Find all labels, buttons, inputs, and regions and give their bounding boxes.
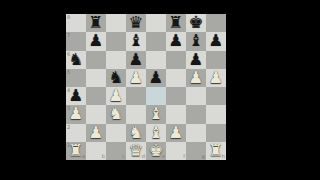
screenshot-root: { "game": "chess", "position": { "fen": …: [0, 0, 320, 180]
black-rook-b8[interactable]: ♜: [86, 14, 106, 32]
white-pawn-h5[interactable]: ♟: [206, 69, 226, 87]
white-knight-c3[interactable]: ♞: [106, 105, 126, 123]
white-king-e1[interactable]: ♚: [146, 142, 166, 160]
white-pawn-b2[interactable]: ♟: [86, 124, 106, 142]
black-king-g8[interactable]: ♚: [186, 14, 206, 32]
square-f5[interactable]: [166, 69, 186, 87]
square-f2[interactable]: ♟: [166, 124, 186, 142]
square-d5[interactable]: ♟: [126, 69, 146, 87]
square-h1[interactable]: h♜: [206, 142, 226, 160]
square-d8[interactable]: ♛: [126, 14, 146, 32]
square-e2[interactable]: ♝: [146, 124, 166, 142]
square-a6[interactable]: 6♞: [66, 51, 86, 69]
white-pawn-d5[interactable]: ♟: [126, 69, 146, 87]
file-label-f: f: [183, 154, 185, 159]
white-pawn-c4[interactable]: ♟: [106, 87, 126, 105]
square-c5[interactable]: ♞: [106, 69, 126, 87]
file-label-g: g: [202, 154, 205, 159]
square-f3[interactable]: [166, 105, 186, 123]
square-g1[interactable]: g: [186, 142, 206, 160]
white-rook-h1[interactable]: ♜: [206, 142, 226, 160]
black-knight-c5[interactable]: ♞: [106, 69, 126, 87]
square-e6[interactable]: [146, 51, 166, 69]
square-f4[interactable]: [166, 87, 186, 105]
white-queen-d1[interactable]: ♛: [126, 142, 146, 160]
square-a4[interactable]: 4♟: [66, 87, 86, 105]
rank-label-8: 8: [67, 15, 70, 20]
black-pawn-e5[interactable]: ♟: [146, 69, 166, 87]
square-e1[interactable]: e♚: [146, 142, 166, 160]
square-a8[interactable]: 8: [66, 14, 86, 32]
square-f6[interactable]: [166, 51, 186, 69]
chess-board: 8♜♛♜♚7♟♝♟♝♟6♞♟♟5♞♟♟♟♟4♟♟3♟♞♝2♟♞♝♟1a♜bcd♛…: [66, 14, 226, 160]
square-c1[interactable]: c: [106, 142, 126, 160]
square-g2[interactable]: [186, 124, 206, 142]
square-c2[interactable]: [106, 124, 126, 142]
square-c6[interactable]: [106, 51, 126, 69]
square-g5[interactable]: ♟: [186, 69, 206, 87]
white-bishop-e3[interactable]: ♝: [146, 105, 166, 123]
square-h6[interactable]: [206, 51, 226, 69]
black-rook-f8[interactable]: ♜: [166, 14, 186, 32]
black-bishop-d7[interactable]: ♝: [126, 32, 146, 50]
square-c3[interactable]: ♞: [106, 105, 126, 123]
file-label-c: c: [122, 154, 125, 159]
black-knight-a6[interactable]: ♞: [66, 51, 86, 69]
square-h5[interactable]: ♟: [206, 69, 226, 87]
square-b4[interactable]: [86, 87, 106, 105]
square-g7[interactable]: ♝: [186, 32, 206, 50]
square-a7[interactable]: 7: [66, 32, 86, 50]
white-rook-a1[interactable]: ♜: [66, 142, 86, 160]
white-pawn-a3[interactable]: ♟: [66, 105, 86, 123]
black-pawn-h7[interactable]: ♟: [206, 32, 226, 50]
black-queen-d8[interactable]: ♛: [126, 14, 146, 32]
square-b3[interactable]: [86, 105, 106, 123]
file-label-b: b: [102, 154, 105, 159]
square-b7[interactable]: ♟: [86, 32, 106, 50]
square-f1[interactable]: f: [166, 142, 186, 160]
white-bishop-e2[interactable]: ♝: [146, 124, 166, 142]
square-g6[interactable]: ♟: [186, 51, 206, 69]
rank-label-5: 5: [67, 70, 70, 75]
black-pawn-g6[interactable]: ♟: [186, 51, 206, 69]
square-b1[interactable]: b: [86, 142, 106, 160]
square-b5[interactable]: [86, 69, 106, 87]
square-a1[interactable]: 1a♜: [66, 142, 86, 160]
square-g3[interactable]: [186, 105, 206, 123]
square-a5[interactable]: 5: [66, 69, 86, 87]
white-pawn-g5[interactable]: ♟: [186, 69, 206, 87]
square-h2[interactable]: [206, 124, 226, 142]
white-knight-d2[interactable]: ♞: [126, 124, 146, 142]
square-h4[interactable]: [206, 87, 226, 105]
square-g4[interactable]: [186, 87, 206, 105]
black-pawn-f7[interactable]: ♟: [166, 32, 186, 50]
square-d7[interactable]: ♝: [126, 32, 146, 50]
square-b8[interactable]: ♜: [86, 14, 106, 32]
rank-label-2: 2: [67, 125, 70, 130]
square-h8[interactable]: [206, 14, 226, 32]
square-d2[interactable]: ♞: [126, 124, 146, 142]
square-f8[interactable]: ♜: [166, 14, 186, 32]
black-pawn-a4[interactable]: ♟: [66, 87, 86, 105]
square-c7[interactable]: [106, 32, 126, 50]
square-a3[interactable]: 3♟: [66, 105, 86, 123]
square-a2[interactable]: 2: [66, 124, 86, 142]
square-e5[interactable]: ♟: [146, 69, 166, 87]
square-e4[interactable]: [146, 87, 166, 105]
square-d4[interactable]: [126, 87, 146, 105]
rank-label-7: 7: [67, 33, 70, 38]
square-b6[interactable]: [86, 51, 106, 69]
square-e8[interactable]: [146, 14, 166, 32]
square-g8[interactable]: ♚: [186, 14, 206, 32]
square-h7[interactable]: ♟: [206, 32, 226, 50]
black-pawn-b7[interactable]: ♟: [86, 32, 106, 50]
square-c8[interactable]: [106, 14, 126, 32]
white-pawn-f2[interactable]: ♟: [166, 124, 186, 142]
black-pawn-d6[interactable]: ♟: [126, 51, 146, 69]
square-e7[interactable]: [146, 32, 166, 50]
black-bishop-g7[interactable]: ♝: [186, 32, 206, 50]
square-d3[interactable]: [126, 105, 146, 123]
square-b2[interactable]: ♟: [86, 124, 106, 142]
square-f7[interactable]: ♟: [166, 32, 186, 50]
square-e3[interactable]: ♝: [146, 105, 166, 123]
square-d6[interactable]: ♟: [126, 51, 146, 69]
square-h3[interactable]: [206, 105, 226, 123]
square-d1[interactable]: d♛: [126, 142, 146, 160]
square-c4[interactable]: ♟: [106, 87, 126, 105]
